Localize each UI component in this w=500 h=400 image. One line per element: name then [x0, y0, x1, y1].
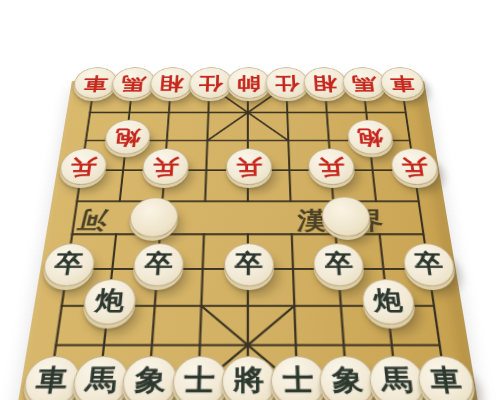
piece-character: 炮	[104, 121, 150, 154]
piece-character: 卒	[225, 244, 274, 285]
piece-black-advisor[interactable]: 士	[171, 356, 227, 400]
piece-red-advisor[interactable]: 仕	[188, 67, 232, 98]
piece-red-soldier[interactable]: 兵	[389, 148, 440, 184]
piece-character: 將	[222, 357, 275, 400]
piece-character: 馬	[72, 357, 130, 400]
piece-red-soldier[interactable]: 兵	[225, 148, 272, 184]
piece-black-general[interactable]: 將	[221, 356, 277, 400]
piece-red-advisor[interactable]: 仕	[266, 67, 310, 98]
xiangqi-board[interactable]: 楚河 漢界 車馬相仕帥仕相馬車炮炮兵兵兵兵兵卒卒卒卒卒炮炮車馬象士將士象馬車	[22, 73, 474, 400]
piece-red-chariot[interactable]: 車	[379, 67, 426, 98]
piece-red-soldier[interactable]: 兵	[141, 148, 190, 184]
piece-character: 象	[122, 357, 178, 400]
piece-black-cannon[interactable]: 炮	[360, 279, 416, 325]
piece-character: 卒	[402, 244, 456, 285]
piece-character: 車	[380, 68, 425, 98]
piece-character: 車	[22, 357, 82, 400]
piece-character: 炮	[82, 280, 136, 324]
piece-character: 兵	[226, 149, 271, 184]
piece-red-elephant[interactable]: 相	[149, 67, 194, 98]
piece-red-soldier[interactable]: 兵	[308, 148, 357, 184]
piece-character: 車	[417, 357, 477, 400]
piece-black-cannon[interactable]: 炮	[81, 279, 137, 325]
piece-black-soldier[interactable]: 卒	[132, 243, 185, 286]
piece-black-soldier[interactable]: 卒	[313, 243, 366, 286]
piece-character: 相	[304, 68, 347, 98]
piece-character: 車	[72, 68, 117, 98]
piece-character: 象	[320, 357, 376, 400]
piece-red-general[interactable]: 帥	[227, 67, 270, 98]
piece-character: 炮	[361, 280, 415, 324]
piece-character: 炮	[347, 121, 394, 154]
piece-black-soldier[interactable]: 卒	[224, 243, 275, 286]
piece-character: 兵	[309, 149, 356, 184]
piece-character: 卒	[133, 244, 184, 285]
piece-black-elephant[interactable]: 象	[121, 356, 179, 400]
piece-character: 士	[272, 357, 326, 400]
piece-red-soldier[interactable]: 兵	[57, 148, 108, 184]
piece-character: 馬	[111, 68, 155, 98]
piece-blank-face-down[interactable]	[321, 197, 372, 237]
piece-red-elephant[interactable]: 相	[303, 67, 348, 98]
pieces-layer: 車馬相仕帥仕相馬車炮炮兵兵兵兵兵卒卒卒卒卒炮炮車馬象士將士象馬車	[22, 73, 474, 400]
piece-character: 仕	[189, 68, 231, 98]
piece-character: 相	[150, 68, 193, 98]
piece-character: 兵	[142, 149, 189, 184]
piece-blank-face-down[interactable]	[128, 198, 179, 238]
piece-red-cannon[interactable]: 炮	[346, 120, 395, 155]
piece-black-advisor[interactable]: 士	[271, 356, 328, 400]
piece-character: 兵	[390, 149, 439, 184]
piece-black-horse[interactable]: 馬	[70, 356, 130, 400]
piece-character: 兵	[58, 149, 107, 184]
piece-character: 士	[172, 357, 226, 400]
scene: 楚河 漢界 車馬相仕帥仕相馬車炮炮兵兵兵兵兵卒卒卒卒卒炮炮車馬象士將士象馬車	[0, 0, 500, 400]
piece-character: 卒	[314, 244, 365, 285]
piece-black-chariot[interactable]: 車	[416, 356, 478, 400]
piece-character: 仕	[266, 68, 308, 98]
piece-character: 帥	[228, 68, 269, 98]
